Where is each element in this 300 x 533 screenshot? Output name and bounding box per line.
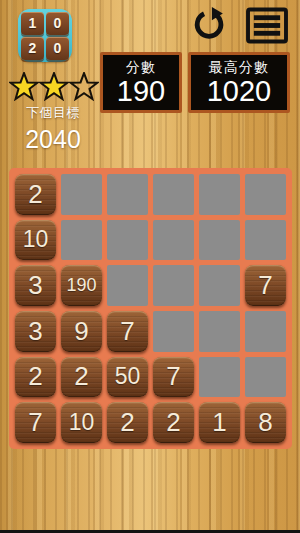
empty-cell [153, 265, 194, 306]
tile-2: 2 [61, 357, 102, 398]
tile-50: 50 [107, 357, 148, 398]
tile-2: 2 [153, 402, 194, 443]
next-goal: 下個目標 2040 [24, 104, 82, 154]
logo-tile: 0 [46, 12, 69, 35]
empty-cell [199, 174, 240, 215]
tile-10: 10 [61, 402, 102, 443]
star-filled-icon [9, 72, 39, 101]
star-filled-icon [39, 72, 69, 101]
logo-tile: 0 [46, 37, 69, 60]
empty-cell [153, 311, 194, 352]
tile-2: 2 [15, 174, 56, 215]
empty-cell [61, 220, 102, 261]
star-rating [9, 72, 99, 101]
empty-cell [199, 265, 240, 306]
best-score-box: 最高分數 1020 [188, 52, 290, 113]
empty-cell [245, 174, 286, 215]
tile-7: 7 [15, 402, 56, 443]
logo-tile: 2 [21, 37, 44, 60]
tile-3: 3 [15, 265, 56, 306]
empty-cell [199, 220, 240, 261]
game-screen: 1 0 2 0 分數 190 最高分數 1020 下個目標 2040 [0, 0, 300, 533]
next-goal-value: 2040 [24, 125, 82, 154]
empty-cell [107, 174, 148, 215]
score-value: 190 [117, 76, 165, 107]
menu-icon [245, 7, 289, 44]
logo-tile: 1 [21, 12, 44, 35]
star-empty-icon [69, 72, 99, 101]
tile-1: 1 [199, 402, 240, 443]
empty-cell [61, 174, 102, 215]
empty-cell [199, 357, 240, 398]
tile-10: 10 [15, 220, 56, 261]
empty-cell [245, 311, 286, 352]
score-box: 分數 190 [100, 52, 182, 113]
board[interactable]: 21031907397225077102218 [9, 168, 292, 449]
tile-7: 7 [245, 265, 286, 306]
empty-cell [153, 174, 194, 215]
menu-button[interactable] [245, 7, 289, 44]
best-score-value: 1020 [207, 76, 272, 107]
empty-cell [245, 357, 286, 398]
tile-190: 190 [61, 265, 102, 306]
app-logo: 1 0 2 0 [18, 9, 72, 62]
next-goal-label: 下個目標 [24, 104, 82, 122]
board-grid: 21031907397225077102218 [15, 174, 286, 443]
empty-cell [245, 220, 286, 261]
tile-2: 2 [107, 402, 148, 443]
empty-cell [153, 220, 194, 261]
tile-7: 7 [153, 357, 194, 398]
tile-3: 3 [15, 311, 56, 352]
empty-cell [107, 265, 148, 306]
empty-cell [107, 220, 148, 261]
restart-icon [192, 6, 228, 42]
tile-7: 7 [107, 311, 148, 352]
tile-2: 2 [15, 357, 56, 398]
tile-9: 9 [61, 311, 102, 352]
score-label: 分數 [126, 59, 156, 76]
restart-button[interactable] [192, 6, 228, 42]
tile-8: 8 [245, 402, 286, 443]
best-score-label: 最高分數 [209, 59, 269, 76]
empty-cell [199, 311, 240, 352]
